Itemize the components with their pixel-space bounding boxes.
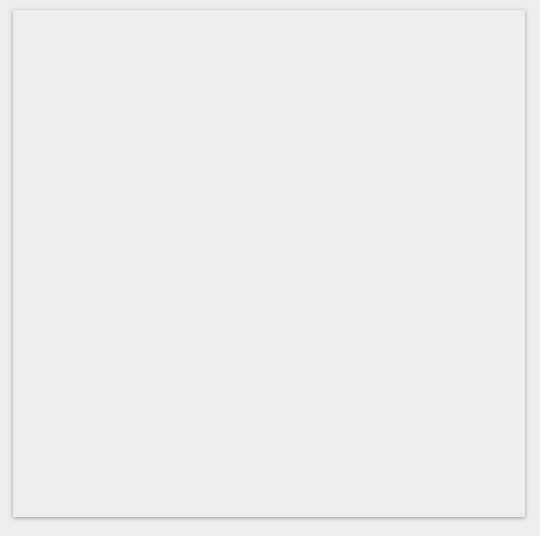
rank-labels [525,10,540,517]
chess-diagram [0,0,540,536]
file-labels [13,517,525,536]
board [13,10,525,517]
